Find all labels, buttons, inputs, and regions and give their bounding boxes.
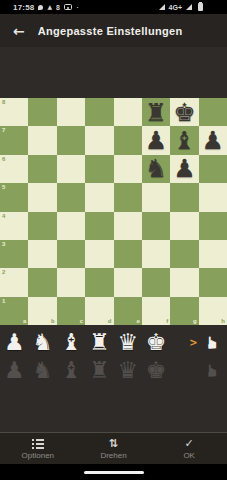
square-g1[interactable]: g (170, 297, 198, 325)
back-button[interactable]: ← (13, 23, 25, 39)
square-h5[interactable] (199, 183, 227, 211)
square-d6[interactable] (85, 155, 113, 183)
square-g3[interactable] (170, 240, 198, 268)
ok-button[interactable]: ✓ OK (151, 438, 227, 460)
rank-label-2: 2 (2, 269, 5, 275)
square-a5[interactable]: 5 (0, 183, 28, 211)
badge-eight-icon: 8 (56, 4, 60, 11)
square-c6[interactable] (57, 155, 85, 183)
palette-black-queen[interactable]: ♛ (114, 356, 142, 384)
square-f4[interactable] (142, 212, 170, 240)
status-left: 17:58 ▲ 8 · (13, 3, 79, 12)
square-f1[interactable]: f (142, 297, 170, 325)
square-a2[interactable]: 2 (0, 268, 28, 296)
square-c5[interactable] (57, 183, 85, 211)
square-d5[interactable] (85, 183, 113, 211)
square-e7[interactable] (114, 126, 142, 154)
square-c7[interactable] (57, 126, 85, 154)
clock: 17:58 (13, 3, 34, 12)
palette-black-knight[interactable]: ♞ (28, 356, 56, 384)
options-label: Optionen (22, 451, 54, 460)
square-h1[interactable]: h (199, 297, 227, 325)
palette-white-queen[interactable]: ♛ (114, 328, 142, 356)
square-f8[interactable]: ♜ (142, 98, 170, 126)
hand-icon: ☛ (204, 334, 221, 349)
screen: 17:58 ▲ 8 · 4G+ ← Angepasste Einstellung… (0, 0, 227, 480)
black-bishop[interactable]: ♝ (173, 128, 195, 153)
white-knight-icon: ♞ (32, 331, 53, 354)
black-rook[interactable]: ♜ (145, 100, 167, 125)
square-a1[interactable]: 1a (0, 297, 28, 325)
notification-icon (38, 5, 43, 10)
rank-label-5: 5 (2, 184, 5, 190)
rank-label-4: 4 (2, 213, 5, 219)
palette-black-pawn[interactable]: ♟ (0, 356, 28, 384)
square-h8[interactable] (199, 98, 227, 126)
square-e1[interactable]: e (114, 297, 142, 325)
black-knight-icon: ♞ (32, 359, 53, 382)
rotate-button[interactable]: ⇅ Drehen (76, 438, 152, 460)
black-pawn[interactable]: ♟ (202, 128, 224, 153)
palette-indicator-cell-black (170, 356, 198, 384)
file-label-a: a (23, 318, 26, 324)
square-h6[interactable] (199, 155, 227, 183)
status-bar: 17:58 ▲ 8 · 4G+ (0, 0, 227, 14)
square-a7[interactable]: 7 (0, 126, 28, 154)
palette-white-rook[interactable]: ♜ (85, 328, 113, 356)
piece-palette: ♟♞♝♜♛♚>☛♟♞♝♜♛♚☛ (0, 328, 227, 384)
overflow-dot-icon: · (76, 3, 79, 12)
black-knight[interactable]: ♞ (145, 156, 167, 181)
black-king[interactable]: ♚ (173, 100, 195, 125)
square-g8[interactable]: ♚ (170, 98, 198, 126)
rank-label-6: 6 (2, 156, 5, 162)
square-d3[interactable] (85, 240, 113, 268)
status-right: 4G+ (159, 3, 203, 11)
square-g5[interactable] (170, 183, 198, 211)
warning-icon: ▲ (47, 4, 52, 10)
square-g6[interactable]: ♟ (170, 155, 198, 183)
rotate-label: Drehen (100, 451, 126, 460)
square-b6[interactable] (28, 155, 56, 183)
square-e6[interactable] (114, 155, 142, 183)
square-a4[interactable]: 4 (0, 212, 28, 240)
square-h7[interactable]: ♟ (199, 126, 227, 154)
hand-tool-white[interactable]: ☛ (199, 328, 227, 356)
gesture-pill[interactable] (84, 471, 144, 474)
file-label-g: g (193, 318, 197, 324)
hand-icon: ☛ (204, 362, 221, 377)
palette-white-pawn[interactable]: ♟ (0, 328, 28, 356)
square-e3[interactable] (114, 240, 142, 268)
square-b5[interactable] (28, 183, 56, 211)
square-c3[interactable] (57, 240, 85, 268)
square-f3[interactable] (142, 240, 170, 268)
white-king-icon: ♚ (146, 331, 167, 354)
rotate-icon: ⇅ (109, 438, 118, 450)
palette-black-king[interactable]: ♚ (142, 356, 170, 384)
black-pawn[interactable]: ♟ (173, 156, 195, 181)
palette-black-bishop[interactable]: ♝ (57, 356, 85, 384)
palette-white-king[interactable]: ♚ (142, 328, 170, 356)
black-king-icon: ♚ (146, 359, 167, 382)
square-c4[interactable] (57, 212, 85, 240)
white-queen-icon: ♛ (117, 331, 138, 354)
square-g4[interactable] (170, 212, 198, 240)
square-e4[interactable] (114, 212, 142, 240)
square-f7[interactable]: ♟ (142, 126, 170, 154)
black-rook-icon: ♜ (89, 359, 110, 382)
palette-black-rook[interactable]: ♜ (85, 356, 113, 384)
gesture-nav (0, 464, 227, 480)
square-d2[interactable] (85, 268, 113, 296)
palette-white-knight[interactable]: ♞ (28, 328, 56, 356)
black-queen-icon: ♛ (117, 359, 138, 382)
square-f2[interactable] (142, 268, 170, 296)
file-label-d: d (108, 318, 112, 324)
square-g7[interactable]: ♝ (170, 126, 198, 154)
square-b7[interactable] (28, 126, 56, 154)
black-bishop-icon: ♝ (61, 359, 82, 382)
square-g2[interactable] (170, 268, 198, 296)
square-c2[interactable] (57, 268, 85, 296)
palette-white-bishop[interactable]: ♝ (57, 328, 85, 356)
square-e8[interactable] (114, 98, 142, 126)
square-b2[interactable] (28, 268, 56, 296)
palette-indicator-cell-white: > (170, 328, 198, 356)
rank-label-7: 7 (2, 127, 5, 133)
white-rook-icon: ♜ (89, 331, 110, 354)
square-d8[interactable] (85, 98, 113, 126)
square-f6[interactable]: ♞ (142, 155, 170, 183)
board-top-gap (0, 47, 227, 98)
rank-label-3: 3 (2, 241, 5, 247)
square-e5[interactable] (114, 183, 142, 211)
square-f5[interactable] (142, 183, 170, 211)
network-type: 4G+ (169, 4, 182, 11)
options-button[interactable]: Optionen (0, 438, 76, 460)
square-d7[interactable] (85, 126, 113, 154)
rank-label-1: 1 (2, 298, 5, 304)
square-c1[interactable]: c (57, 297, 85, 325)
rank-label-8: 8 (2, 99, 5, 105)
video-icon (64, 4, 72, 10)
square-b4[interactable] (28, 212, 56, 240)
file-label-c: c (80, 318, 83, 324)
square-e2[interactable] (114, 268, 142, 296)
square-c8[interactable] (57, 98, 85, 126)
square-d4[interactable] (85, 212, 113, 240)
battery-icon (198, 3, 203, 11)
palette-row-white: ♟♞♝♜♛♚>☛ (0, 328, 227, 356)
chess-board[interactable]: 8♜♚7♟♝♟6♞♟54321abcdefgh (0, 98, 227, 325)
hand-tool-black[interactable]: ☛ (199, 356, 227, 384)
square-h2[interactable] (199, 268, 227, 296)
square-a6[interactable]: 6 (0, 155, 28, 183)
signal-icon (159, 4, 165, 10)
file-label-e: e (137, 318, 140, 324)
square-h4[interactable] (199, 212, 227, 240)
content-spacer (0, 384, 227, 432)
square-a3[interactable]: 3 (0, 240, 28, 268)
file-label-b: b (51, 318, 55, 324)
ok-label: OK (183, 451, 195, 460)
bottom-bar: Optionen ⇅ Drehen ✓ OK (0, 432, 227, 464)
selected-indicator-icon: > (189, 337, 197, 348)
black-pawn-icon: ♟ (4, 359, 25, 382)
white-bishop-icon: ♝ (61, 331, 82, 354)
check-icon: ✓ (185, 438, 194, 450)
list-icon (32, 438, 44, 450)
header: ← Angepasste Einstellungen (0, 14, 227, 47)
square-b8[interactable] (28, 98, 56, 126)
file-label-f: f (166, 318, 168, 324)
square-a8[interactable]: 8 (0, 98, 28, 126)
square-b1[interactable]: b (28, 297, 56, 325)
signal-icon-2 (186, 4, 192, 10)
black-pawn[interactable]: ♟ (145, 128, 167, 153)
file-label-h: h (221, 318, 225, 324)
page-title: Angepasste Einstellungen (38, 25, 183, 37)
square-d1[interactable]: d (85, 297, 113, 325)
white-pawn-icon: ♟ (4, 331, 25, 354)
square-h3[interactable] (199, 240, 227, 268)
square-b3[interactable] (28, 240, 56, 268)
palette-row-black: ♟♞♝♜♛♚☛ (0, 356, 227, 384)
